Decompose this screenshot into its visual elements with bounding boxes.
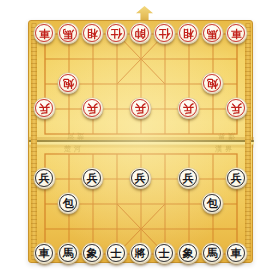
piece-black-advisor[interactable]: 士 xyxy=(154,243,175,264)
piece-black-soldier[interactable]: 兵 xyxy=(130,168,151,189)
piece-red-horse[interactable]: 馬 xyxy=(58,23,79,44)
piece-glyph: 馬 xyxy=(63,248,74,259)
bottom-half-intersections: 兵兵兵兵兵包包車馬象士將士象馬車 xyxy=(32,141,248,266)
piece-red-cannon[interactable]: 炮 xyxy=(202,73,223,94)
piece-glyph: 象 xyxy=(87,248,98,259)
piece-red-elephant[interactable]: 相 xyxy=(178,23,199,44)
piece-glyph: 車 xyxy=(231,248,242,259)
piece-glyph: 兵 xyxy=(183,103,194,114)
piece-glyph: 兵 xyxy=(87,173,98,184)
piece-glyph: 仕 xyxy=(159,28,170,39)
piece-red-general[interactable]: 帥 xyxy=(130,23,151,44)
piece-black-soldier[interactable]: 兵 xyxy=(34,168,55,189)
piece-black-advisor[interactable]: 士 xyxy=(106,243,127,264)
piece-black-elephant[interactable]: 象 xyxy=(82,243,103,264)
piece-black-elephant[interactable]: 象 xyxy=(178,243,199,264)
piece-glyph: 馬 xyxy=(207,248,218,259)
piece-black-cannon[interactable]: 包 xyxy=(58,193,79,214)
piece-red-soldier[interactable]: 兵 xyxy=(178,98,199,119)
piece-red-soldier[interactable]: 兵 xyxy=(82,98,103,119)
piece-black-cannon[interactable]: 包 xyxy=(202,193,223,214)
piece-black-soldier[interactable]: 兵 xyxy=(178,168,199,189)
piece-glyph: 兵 xyxy=(135,173,146,184)
piece-glyph: 炮 xyxy=(207,78,218,89)
piece-glyph: 相 xyxy=(87,28,98,39)
piece-red-chariot[interactable]: 車 xyxy=(226,23,247,44)
piece-glyph: 兵 xyxy=(231,103,242,114)
piece-red-cannon[interactable]: 炮 xyxy=(58,73,79,94)
piece-glyph: 士 xyxy=(111,248,122,259)
piece-black-horse[interactable]: 馬 xyxy=(58,243,79,264)
piece-black-horse[interactable]: 馬 xyxy=(202,243,223,264)
piece-glyph: 將 xyxy=(135,248,146,259)
piece-red-advisor[interactable]: 仕 xyxy=(106,23,127,44)
piece-red-chariot[interactable]: 車 xyxy=(34,23,55,44)
hanging-tab xyxy=(136,6,153,21)
piece-glyph: 包 xyxy=(207,198,218,209)
piece-red-horse[interactable]: 馬 xyxy=(202,23,223,44)
product-photo: 楚河 漢界 楚河 漢界 車馬相仕帥仕相馬車炮炮兵兵兵兵兵 兵兵兵兵兵包包車馬象士… xyxy=(0,0,280,280)
piece-glyph: 炮 xyxy=(63,78,74,89)
piece-glyph: 兵 xyxy=(231,173,242,184)
piece-glyph: 包 xyxy=(63,198,74,209)
piece-glyph: 馬 xyxy=(63,28,74,39)
piece-glyph: 車 xyxy=(39,248,50,259)
piece-glyph: 車 xyxy=(231,28,242,39)
piece-black-soldier[interactable]: 兵 xyxy=(82,168,103,189)
piece-glyph: 帥 xyxy=(135,28,146,39)
piece-glyph: 兵 xyxy=(39,173,50,184)
piece-black-soldier[interactable]: 兵 xyxy=(226,168,247,189)
piece-red-advisor[interactable]: 仕 xyxy=(154,23,175,44)
top-half-intersections: 車馬相仕帥仕相馬車炮炮兵兵兵兵兵 xyxy=(32,21,248,146)
piece-glyph: 士 xyxy=(159,248,170,259)
piece-glyph: 兵 xyxy=(135,103,146,114)
piece-glyph: 相 xyxy=(183,28,194,39)
piece-black-chariot[interactable]: 車 xyxy=(226,243,247,264)
piece-black-chariot[interactable]: 車 xyxy=(34,243,55,264)
piece-glyph: 兵 xyxy=(87,103,98,114)
piece-glyph: 兵 xyxy=(39,103,50,114)
piece-glyph: 馬 xyxy=(207,28,218,39)
piece-red-soldier[interactable]: 兵 xyxy=(34,98,55,119)
piece-red-elephant[interactable]: 相 xyxy=(82,23,103,44)
piece-glyph: 兵 xyxy=(183,173,194,184)
piece-red-soldier[interactable]: 兵 xyxy=(226,98,247,119)
piece-red-soldier[interactable]: 兵 xyxy=(130,98,151,119)
piece-glyph: 車 xyxy=(39,28,50,39)
piece-glyph: 象 xyxy=(183,248,194,259)
piece-glyph: 仕 xyxy=(111,28,122,39)
piece-black-general[interactable]: 將 xyxy=(130,243,151,264)
